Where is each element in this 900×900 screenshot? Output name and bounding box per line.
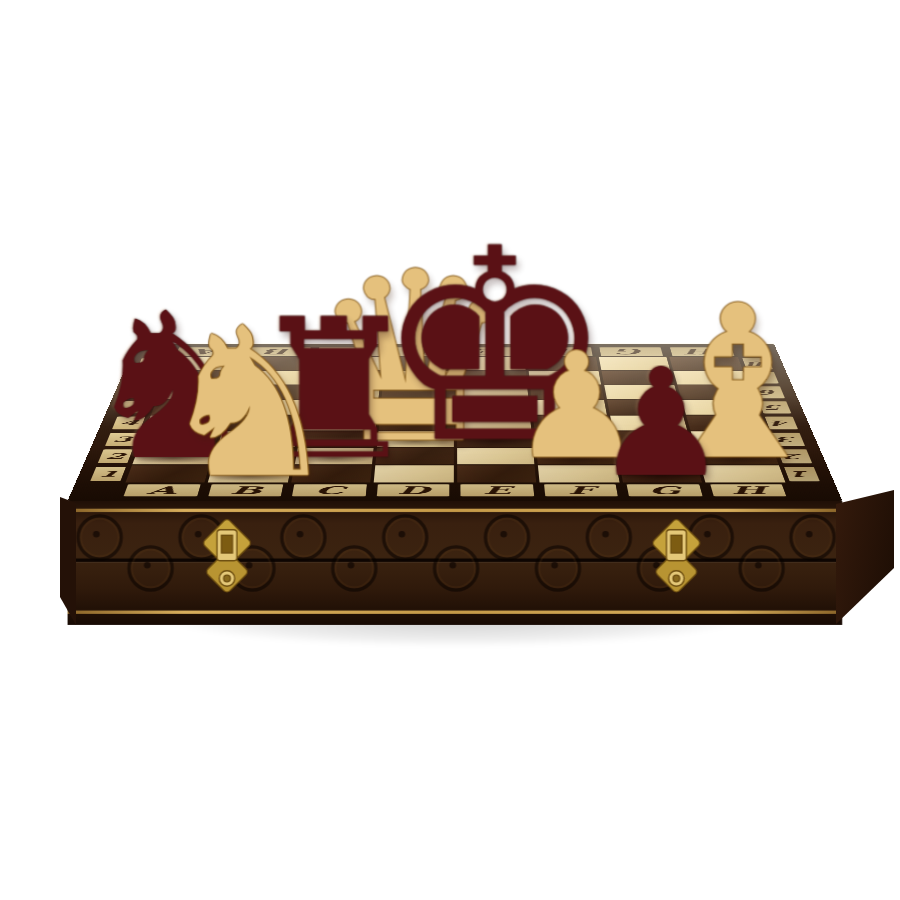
spiral-motif <box>127 545 173 591</box>
piece-dark-pawn-g1: ♟ <box>602 365 721 478</box>
spiral-motif <box>433 545 479 591</box>
box-front-face <box>68 501 843 625</box>
rank-label-right-1: 1 <box>784 467 820 481</box>
box-right-end <box>836 490 894 624</box>
spiral-motif <box>789 514 835 560</box>
board-top: AABBCCDDEEFFGGHH1122334455667788 <box>68 344 843 501</box>
file-label-front-h: H <box>710 484 787 496</box>
spiral-motif <box>586 514 632 560</box>
carved-spirals <box>68 501 843 625</box>
spiral-motif <box>535 545 581 591</box>
product-photo-stage: AABBCCDDEEFFGGHH1122334455667788 <box>0 0 900 900</box>
spiral-motif <box>76 514 122 560</box>
piece-light-knight-b1: ♞ <box>167 322 331 478</box>
spiral-motif <box>331 545 377 591</box>
file-label-front-f: F <box>544 484 619 496</box>
rank-label-left-1: 1 <box>90 467 126 481</box>
brass-clasp-left <box>196 516 258 600</box>
file-label-front-g: G <box>627 484 703 496</box>
brass-clasp-right <box>645 516 707 600</box>
square-e1 <box>457 465 537 482</box>
spiral-motif <box>484 514 530 560</box>
file-label-front-d: D <box>376 484 449 496</box>
square-d1 <box>374 465 454 482</box>
file-label-front-e: E <box>460 484 533 496</box>
file-label-front-a: A <box>123 484 200 496</box>
file-label-front-c: C <box>292 484 367 496</box>
spiral-motif <box>738 545 784 591</box>
spiral-motif <box>382 514 428 560</box>
file-label-front-b: B <box>208 484 284 496</box>
spiral-motif <box>280 514 326 560</box>
